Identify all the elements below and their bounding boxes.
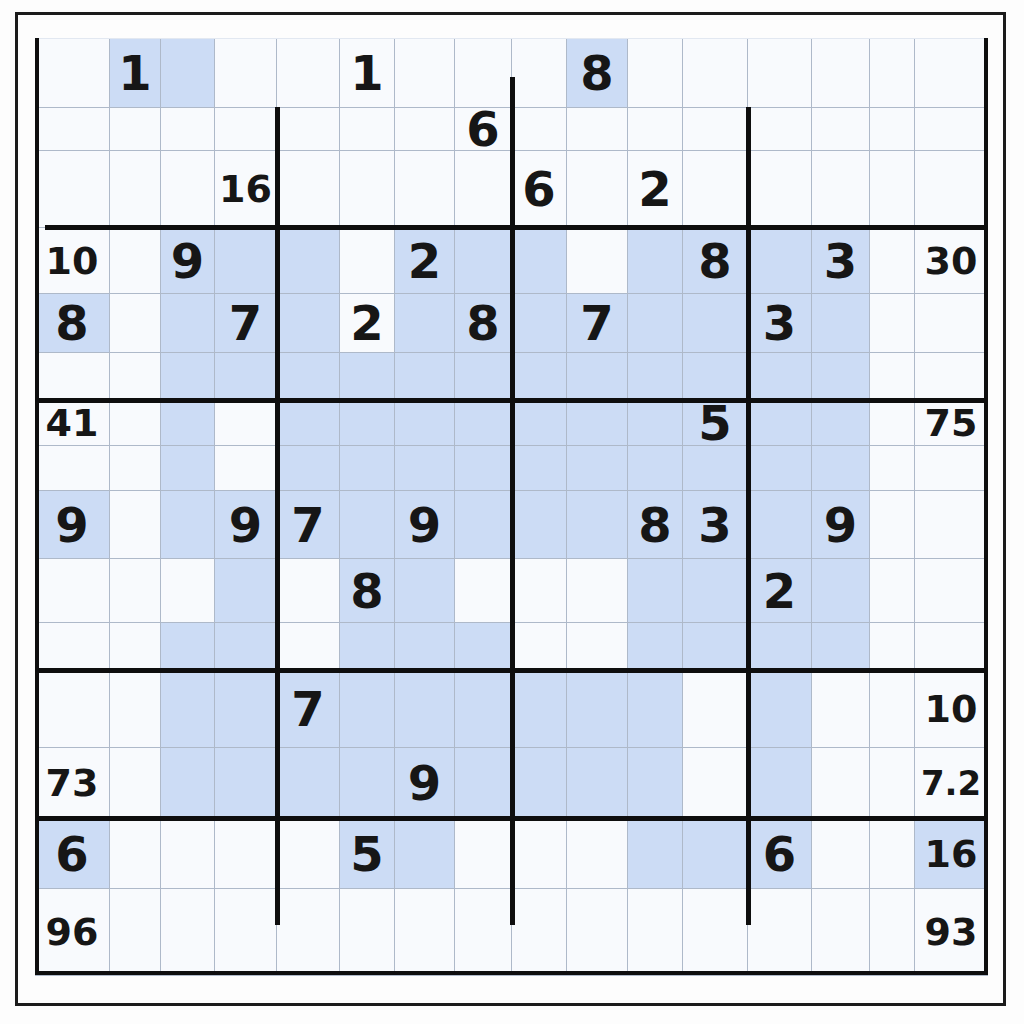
cell-r12-c12[interactable]: [683, 671, 748, 748]
cell-r15-c9[interactable]: [512, 889, 567, 976]
cell-r13-c12[interactable]: [683, 748, 748, 819]
cell-r2-c3[interactable]: [161, 108, 215, 151]
cell-r6-c7[interactable]: [395, 353, 455, 401]
cell-r4-c3[interactable]: 9: [161, 228, 215, 294]
cell-r14-c11[interactable]: [628, 819, 683, 889]
cell-r9-c2[interactable]: [110, 491, 161, 559]
cell-r3-c6[interactable]: [340, 151, 395, 228]
cell-r8-c15[interactable]: [870, 446, 915, 491]
cell-r15-c11[interactable]: [628, 889, 683, 976]
cell-r2-c6[interactable]: [340, 108, 395, 151]
cell-r6-c11[interactable]: [628, 353, 683, 401]
cell-r7-c9[interactable]: [512, 401, 567, 446]
cell-r3-c3[interactable]: [161, 151, 215, 228]
cell-r13-c8[interactable]: [455, 748, 512, 819]
cell-r7-c5[interactable]: [277, 401, 340, 446]
cell-r3-c16[interactable]: [915, 151, 988, 228]
cell-r15-c6[interactable]: [340, 889, 395, 976]
cell-r4-c6[interactable]: [340, 228, 395, 294]
cell-r1-c15[interactable]: [870, 39, 915, 108]
cell-r8-c7[interactable]: [395, 446, 455, 491]
cell-r8-c3[interactable]: [161, 446, 215, 491]
cell-r4-c1[interactable]: 10: [35, 228, 110, 294]
cell-r11-c14[interactable]: [812, 623, 870, 671]
cell-r13-c10[interactable]: [567, 748, 628, 819]
cell-r9-c11[interactable]: 8: [628, 491, 683, 559]
cell-r15-c16[interactable]: 93: [915, 889, 988, 976]
cell-r2-c15[interactable]: [870, 108, 915, 151]
cell-r5-c9[interactable]: [512, 294, 567, 353]
cell-r9-c6[interactable]: [340, 491, 395, 559]
cell-r3-c9[interactable]: 6: [512, 151, 567, 228]
cell-r10-c5[interactable]: [277, 559, 340, 623]
cell-r1-c10[interactable]: 8: [567, 39, 628, 108]
cell-r13-c2[interactable]: [110, 748, 161, 819]
cell-r13-c5[interactable]: [277, 748, 340, 819]
cell-r14-c7[interactable]: [395, 819, 455, 889]
cell-r2-c2[interactable]: [110, 108, 161, 151]
cell-r14-c2[interactable]: [110, 819, 161, 889]
cell-r9-c1[interactable]: 9: [35, 491, 110, 559]
cell-r7-c16[interactable]: 75: [915, 401, 988, 446]
cell-r7-c10[interactable]: [567, 401, 628, 446]
cell-r14-c12[interactable]: [683, 819, 748, 889]
cell-r12-c3[interactable]: [161, 671, 215, 748]
cell-r11-c11[interactable]: [628, 623, 683, 671]
cell-r5-c2[interactable]: [110, 294, 161, 353]
cell-r2-c16[interactable]: [915, 108, 988, 151]
cell-r11-c7[interactable]: [395, 623, 455, 671]
cell-r1-c1[interactable]: [35, 39, 110, 108]
cell-r8-c5[interactable]: [277, 446, 340, 491]
cell-r11-c3[interactable]: [161, 623, 215, 671]
cell-r7-c14[interactable]: [812, 401, 870, 446]
cell-r7-c3[interactable]: [161, 401, 215, 446]
cell-r6-c16[interactable]: [915, 353, 988, 401]
cell-r11-c2[interactable]: [110, 623, 161, 671]
cell-r3-c5[interactable]: [277, 151, 340, 228]
cell-r12-c2[interactable]: [110, 671, 161, 748]
cell-r5-c8[interactable]: 8: [455, 294, 512, 353]
cell-r10-c15[interactable]: [870, 559, 915, 623]
cell-r2-c1[interactable]: [35, 108, 110, 151]
cell-r13-c1[interactable]: 73: [35, 748, 110, 819]
cell-r10-c10[interactable]: [567, 559, 628, 623]
cell-r1-c5[interactable]: [277, 39, 340, 108]
cell-r14-c15[interactable]: [870, 819, 915, 889]
cell-r5-c3[interactable]: [161, 294, 215, 353]
cell-r13-c16[interactable]: 7.2: [915, 748, 988, 819]
cell-r5-c15[interactable]: [870, 294, 915, 353]
cell-r12-c13[interactable]: [748, 671, 812, 748]
cell-r2-c8[interactable]: 6: [455, 108, 512, 151]
cell-r14-c1[interactable]: 6: [35, 819, 110, 889]
cell-r11-c1[interactable]: [35, 623, 110, 671]
cell-r13-c4[interactable]: [215, 748, 277, 819]
cell-r12-c15[interactable]: [870, 671, 915, 748]
cell-r13-c7[interactable]: 9: [395, 748, 455, 819]
cell-r5-c13[interactable]: 3: [748, 294, 812, 353]
cell-r8-c13[interactable]: [748, 446, 812, 491]
cell-r4-c7[interactable]: 2: [395, 228, 455, 294]
cell-r9-c14[interactable]: 9: [812, 491, 870, 559]
cell-r5-c16[interactable]: [915, 294, 988, 353]
cell-r14-c3[interactable]: [161, 819, 215, 889]
cell-r1-c14[interactable]: [812, 39, 870, 108]
cell-r2-c12[interactable]: [683, 108, 748, 151]
cell-r15-c8[interactable]: [455, 889, 512, 976]
cell-r15-c13[interactable]: [748, 889, 812, 976]
cell-r9-c7[interactable]: 9: [395, 491, 455, 559]
cell-r15-c5[interactable]: [277, 889, 340, 976]
cell-r6-c3[interactable]: [161, 353, 215, 401]
cell-r12-c10[interactable]: [567, 671, 628, 748]
cell-r8-c1[interactable]: [35, 446, 110, 491]
cell-r5-c6[interactable]: 2: [340, 294, 395, 353]
cell-r7-c6[interactable]: [340, 401, 395, 446]
cell-r10-c9[interactable]: [512, 559, 567, 623]
cell-r7-c8[interactable]: [455, 401, 512, 446]
cell-r6-c1[interactable]: [35, 353, 110, 401]
cell-r8-c16[interactable]: [915, 446, 988, 491]
cell-r10-c12[interactable]: [683, 559, 748, 623]
cell-r13-c11[interactable]: [628, 748, 683, 819]
cell-r13-c15[interactable]: [870, 748, 915, 819]
cell-r10-c13[interactable]: 2: [748, 559, 812, 623]
cell-r7-c4[interactable]: [215, 401, 277, 446]
cell-r1-c12[interactable]: [683, 39, 748, 108]
cell-r2-c10[interactable]: [567, 108, 628, 151]
cell-r3-c8[interactable]: [455, 151, 512, 228]
cell-r6-c9[interactable]: [512, 353, 567, 401]
cell-r14-c9[interactable]: [512, 819, 567, 889]
cell-r8-c12[interactable]: [683, 446, 748, 491]
cell-r12-c4[interactable]: [215, 671, 277, 748]
cell-r11-c13[interactable]: [748, 623, 812, 671]
cell-r11-c16[interactable]: [915, 623, 988, 671]
cell-r14-c4[interactable]: [215, 819, 277, 889]
cell-r11-c6[interactable]: [340, 623, 395, 671]
cell-r15-c7[interactable]: [395, 889, 455, 976]
cell-r9-c8[interactable]: [455, 491, 512, 559]
cell-r15-c4[interactable]: [215, 889, 277, 976]
cell-r8-c10[interactable]: [567, 446, 628, 491]
cell-r11-c5[interactable]: [277, 623, 340, 671]
cell-r1-c13[interactable]: [748, 39, 812, 108]
cell-r4-c8[interactable]: [455, 228, 512, 294]
cell-r1-c9[interactable]: [512, 39, 567, 108]
cell-r1-c16[interactable]: [915, 39, 988, 108]
cell-r2-c9[interactable]: [512, 108, 567, 151]
cell-r6-c12[interactable]: [683, 353, 748, 401]
cell-r7-c13[interactable]: [748, 401, 812, 446]
cell-r6-c10[interactable]: [567, 353, 628, 401]
cell-r15-c2[interactable]: [110, 889, 161, 976]
cell-r11-c15[interactable]: [870, 623, 915, 671]
cell-r4-c5[interactable]: [277, 228, 340, 294]
cell-r15-c12[interactable]: [683, 889, 748, 976]
cell-r3-c10[interactable]: [567, 151, 628, 228]
cell-r10-c16[interactable]: [915, 559, 988, 623]
cell-r6-c14[interactable]: [812, 353, 870, 401]
cell-r11-c10[interactable]: [567, 623, 628, 671]
cell-r8-c14[interactable]: [812, 446, 870, 491]
cell-r9-c13[interactable]: [748, 491, 812, 559]
cell-r4-c2[interactable]: [110, 228, 161, 294]
cell-r12-c5[interactable]: 7: [277, 671, 340, 748]
cell-r3-c7[interactable]: [395, 151, 455, 228]
cell-r5-c10[interactable]: 7: [567, 294, 628, 353]
cell-r12-c14[interactable]: [812, 671, 870, 748]
cell-r11-c9[interactable]: [512, 623, 567, 671]
cell-r7-c7[interactable]: [395, 401, 455, 446]
cell-r2-c13[interactable]: [748, 108, 812, 151]
cell-r7-c12[interactable]: 5: [683, 401, 748, 446]
cell-r15-c10[interactable]: [567, 889, 628, 976]
cell-r9-c5[interactable]: 7: [277, 491, 340, 559]
cell-r8-c2[interactable]: [110, 446, 161, 491]
cell-r9-c9[interactable]: [512, 491, 567, 559]
cell-r7-c11[interactable]: [628, 401, 683, 446]
cell-r1-c2[interactable]: 1: [110, 39, 161, 108]
cell-r10-c1[interactable]: [35, 559, 110, 623]
cell-r10-c11[interactable]: [628, 559, 683, 623]
cell-r14-c13[interactable]: 6: [748, 819, 812, 889]
cell-r6-c4[interactable]: [215, 353, 277, 401]
cell-r12-c9[interactable]: [512, 671, 567, 748]
cell-r9-c12[interactable]: 3: [683, 491, 748, 559]
cell-r1-c8[interactable]: [455, 39, 512, 108]
puzzle-page: 1186166210928330872873415759979839827107…: [0, 0, 1024, 1024]
cell-r5-c11[interactable]: [628, 294, 683, 353]
cell-r3-c11[interactable]: 2: [628, 151, 683, 228]
cell-r9-c16[interactable]: [915, 491, 988, 559]
cell-r4-c10[interactable]: [567, 228, 628, 294]
cell-r4-c14[interactable]: 3: [812, 228, 870, 294]
cell-r11-c12[interactable]: [683, 623, 748, 671]
cell-r3-c2[interactable]: [110, 151, 161, 228]
cell-r10-c3[interactable]: [161, 559, 215, 623]
cell-r10-c14[interactable]: [812, 559, 870, 623]
cell-r15-c1[interactable]: 96: [35, 889, 110, 976]
cell-r7-c15[interactable]: [870, 401, 915, 446]
cell-r12-c1[interactable]: [35, 671, 110, 748]
cell-r4-c4[interactable]: [215, 228, 277, 294]
board-grid: 1186166210928330872873415759979839827107…: [35, 38, 988, 975]
cell-r1-c11[interactable]: [628, 39, 683, 108]
cell-r3-c15[interactable]: [870, 151, 915, 228]
cell-r6-c15[interactable]: [870, 353, 915, 401]
cell-r15-c15[interactable]: [870, 889, 915, 976]
cell-r13-c14[interactable]: [812, 748, 870, 819]
cell-r13-c6[interactable]: [340, 748, 395, 819]
cell-r8-c9[interactable]: [512, 446, 567, 491]
cell-r9-c15[interactable]: [870, 491, 915, 559]
cell-r15-c3[interactable]: [161, 889, 215, 976]
cell-r4-c16[interactable]: 30: [915, 228, 988, 294]
cell-r5-c7[interactable]: [395, 294, 455, 353]
cell-r4-c13[interactable]: [748, 228, 812, 294]
cell-r3-c13[interactable]: [748, 151, 812, 228]
cell-r1-c6[interactable]: 1: [340, 39, 395, 108]
cell-r5-c14[interactable]: [812, 294, 870, 353]
cell-r6-c13[interactable]: [748, 353, 812, 401]
cell-r6-c8[interactable]: [455, 353, 512, 401]
cell-r3-c14[interactable]: [812, 151, 870, 228]
cell-r9-c4[interactable]: 9: [215, 491, 277, 559]
cell-r7-c2[interactable]: [110, 401, 161, 446]
cell-r5-c5[interactable]: [277, 294, 340, 353]
cell-r13-c3[interactable]: [161, 748, 215, 819]
cell-r5-c4[interactable]: 7: [215, 294, 277, 353]
cell-r1-c4[interactable]: [215, 39, 277, 108]
cell-r12-c7[interactable]: [395, 671, 455, 748]
cell-r2-c4[interactable]: [215, 108, 277, 151]
cell-r11-c8[interactable]: [455, 623, 512, 671]
cell-r8-c4[interactable]: [215, 446, 277, 491]
cell-r14-c5[interactable]: [277, 819, 340, 889]
cell-r1-c7[interactable]: [395, 39, 455, 108]
cell-r12-c8[interactable]: [455, 671, 512, 748]
cell-r4-c12[interactable]: 8: [683, 228, 748, 294]
cell-r12-c11[interactable]: [628, 671, 683, 748]
cell-r12-c16[interactable]: 10: [915, 671, 988, 748]
cell-r14-c16[interactable]: 16: [915, 819, 988, 889]
cell-r8-c8[interactable]: [455, 446, 512, 491]
cell-r10-c8[interactable]: [455, 559, 512, 623]
cell-r4-c9[interactable]: [512, 228, 567, 294]
cell-r3-c1[interactable]: [35, 151, 110, 228]
cell-r11-c4[interactable]: [215, 623, 277, 671]
cell-r2-c14[interactable]: [812, 108, 870, 151]
cell-r10-c7[interactable]: [395, 559, 455, 623]
cell-r10-c6[interactable]: 8: [340, 559, 395, 623]
cell-r2-c7[interactable]: [395, 108, 455, 151]
cell-r12-c6[interactable]: [340, 671, 395, 748]
cell-r8-c11[interactable]: [628, 446, 683, 491]
cell-r6-c5[interactable]: [277, 353, 340, 401]
cell-r3-c4[interactable]: 16: [215, 151, 277, 228]
cell-r13-c13[interactable]: [748, 748, 812, 819]
cell-r2-c11[interactable]: [628, 108, 683, 151]
cell-r6-c2[interactable]: [110, 353, 161, 401]
cell-r7-c1[interactable]: 41: [35, 401, 110, 446]
cell-r10-c4[interactable]: [215, 559, 277, 623]
cell-r9-c3[interactable]: [161, 491, 215, 559]
cell-r14-c8[interactable]: [455, 819, 512, 889]
cell-r13-c9[interactable]: [512, 748, 567, 819]
cell-r5-c12[interactable]: [683, 294, 748, 353]
cell-r4-c15[interactable]: [870, 228, 915, 294]
cell-r3-c12[interactable]: [683, 151, 748, 228]
cell-r6-c6[interactable]: [340, 353, 395, 401]
cell-r14-c14[interactable]: [812, 819, 870, 889]
cell-r5-c1[interactable]: 8: [35, 294, 110, 353]
cell-r4-c11[interactable]: [628, 228, 683, 294]
cell-r2-c5[interactable]: [277, 108, 340, 151]
cell-r10-c2[interactable]: [110, 559, 161, 623]
cell-r14-c10[interactable]: [567, 819, 628, 889]
cell-r14-c6[interactable]: 5: [340, 819, 395, 889]
cell-r8-c6[interactable]: [340, 446, 395, 491]
cell-r1-c3[interactable]: [161, 39, 215, 108]
cell-r15-c14[interactable]: [812, 889, 870, 976]
cell-r9-c10[interactable]: [567, 491, 628, 559]
